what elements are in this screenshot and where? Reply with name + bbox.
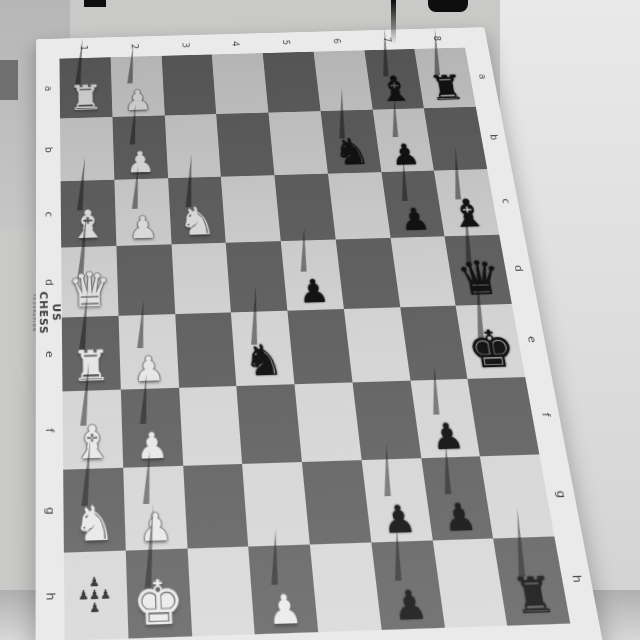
square-a3[interactable] [161, 54, 216, 115]
white-queen-d1[interactable]: ♛ [61, 246, 118, 318]
corner-logo-pawn-icon: ♟ [100, 587, 111, 600]
square-e3[interactable] [175, 312, 237, 387]
piece-glyph: ♞ [73, 500, 115, 549]
white-rook-a1[interactable]: ♜ [59, 57, 112, 118]
piece-glyph: ♛ [454, 255, 506, 303]
square-a6[interactable] [313, 50, 372, 111]
square-a5[interactable] [263, 52, 321, 113]
piece-glyph: ♟ [391, 585, 430, 626]
us-chess-wordmark: US CHESS [36, 284, 63, 342]
square-b4[interactable] [216, 113, 274, 177]
piece-glyph: ♜ [427, 71, 467, 105]
square-e1[interactable]: ♜ [62, 316, 121, 392]
square-g1[interactable]: ♞ [63, 468, 125, 553]
square-g3[interactable] [183, 464, 249, 549]
cutoff-piece-top [84, 0, 106, 7]
piece-glyph: ♟ [135, 427, 168, 464]
square-b6[interactable]: ♞ [320, 110, 381, 174]
piece-glyph: ♟ [128, 212, 159, 243]
square-b1[interactable] [60, 117, 114, 181]
piece-glyph: ♟ [297, 275, 330, 308]
white-knight-g1[interactable]: ♞ [63, 468, 125, 553]
white-pawn-b2[interactable]: ♟ [112, 115, 167, 179]
square-c2[interactable]: ♟ [114, 178, 171, 246]
piece-glyph: ♞ [332, 134, 373, 171]
square-d4[interactable] [226, 241, 287, 312]
square-d1[interactable]: ♛ [61, 246, 118, 318]
corner-logo-pawn-icon: ♟ [89, 588, 100, 601]
square-e4[interactable]: ♞ [231, 311, 294, 386]
square-f3[interactable] [179, 386, 243, 466]
square-f4[interactable] [237, 384, 302, 464]
square-d3[interactable] [171, 243, 231, 314]
piece-glyph: ♜ [72, 345, 111, 388]
white-bishop-f1[interactable]: ♝ [62, 390, 123, 470]
piece-glyph: ♜ [68, 81, 103, 116]
piece-shadow-spike [391, 0, 396, 44]
square-a2[interactable]: ♟ [110, 56, 164, 117]
piece-glyph: ♟ [389, 140, 422, 169]
square-e2[interactable]: ♟ [118, 314, 178, 390]
white-bishop-c1[interactable]: ♝ [61, 180, 117, 248]
square-d2[interactable] [116, 244, 175, 315]
square-e5[interactable] [287, 309, 352, 384]
square-d6[interactable] [335, 238, 399, 309]
black-rook-a8[interactable]: ♜ [415, 48, 476, 109]
piece-glyph: ♟ [138, 508, 172, 547]
square-b5[interactable] [268, 111, 327, 175]
square-g5[interactable] [302, 460, 371, 544]
piece-glyph: ♚ [132, 572, 186, 635]
square-c1[interactable]: ♝ [61, 180, 117, 248]
black-knight-b6[interactable]: ♞ [320, 110, 381, 174]
square-c4[interactable] [221, 175, 281, 243]
square-c5[interactable] [274, 174, 335, 241]
piece-glyph: ♟ [123, 86, 152, 114]
white-pawn-h4[interactable]: ♟ [248, 545, 318, 635]
white-pawn-a2[interactable]: ♟ [110, 56, 164, 117]
square-c3[interactable]: ♞ [168, 177, 226, 245]
square-g2[interactable]: ♟ [123, 466, 187, 551]
square-b2[interactable]: ♟ [112, 115, 167, 179]
piece-glyph: ♟ [266, 589, 303, 630]
square-g4[interactable] [242, 462, 309, 547]
corner-logo-pawn-icon: ♟ [89, 601, 100, 614]
piece-glyph: ♟ [125, 147, 155, 177]
square-b3[interactable] [164, 114, 221, 178]
square-h2[interactable]: ♚ [126, 549, 192, 639]
square-h4[interactable]: ♟ [248, 545, 318, 635]
square-d5[interactable]: ♟ [281, 240, 344, 311]
us-chess-corner-logo: ♟♟♟♟♟ [77, 575, 115, 616]
white-king-h2[interactable]: ♚ [126, 549, 192, 639]
piece-glyph: ♝ [375, 72, 415, 107]
cutoff-piece-top [428, 0, 468, 12]
square-e6[interactable] [344, 307, 410, 382]
square-a1[interactable]: ♜ [59, 57, 112, 118]
black-pawn-d5[interactable]: ♟ [281, 240, 344, 311]
square-b8[interactable] [424, 107, 487, 171]
white-pawn-c2[interactable]: ♟ [114, 178, 171, 246]
square-h1[interactable]: ♟♟♟♟♟ [64, 551, 128, 640]
piece-glyph: ♟ [398, 204, 432, 235]
square-c6[interactable] [328, 172, 390, 239]
piece-glyph: ♟ [429, 418, 466, 455]
piece-glyph: ♛ [67, 266, 112, 314]
piece-glyph: ♝ [447, 194, 490, 233]
square-a4[interactable] [212, 53, 268, 114]
square-f5[interactable] [294, 382, 361, 462]
black-knight-e4[interactable]: ♞ [231, 311, 294, 386]
corner-logo-pawn-icon: ♟ [78, 588, 89, 601]
piece-glyph: ♟ [380, 500, 417, 539]
piece-glyph: ♚ [464, 323, 520, 375]
white-rook-e1[interactable]: ♜ [62, 316, 121, 392]
piece-glyph: ♟ [133, 351, 165, 386]
square-h3[interactable] [187, 547, 255, 637]
square-h5[interactable] [310, 542, 382, 632]
white-knight-c3[interactable]: ♞ [168, 177, 226, 245]
chessboard-photo-scene: 12345678 12345678 abcdefgh abcdefgh ♞ US… [0, 0, 640, 640]
square-a8[interactable]: ♜ [415, 48, 476, 109]
piece-glyph: ♝ [69, 205, 107, 244]
piece-glyph: ♜ [509, 571, 559, 622]
square-f1[interactable]: ♝ [62, 390, 123, 470]
piece-glyph: ♞ [178, 202, 217, 241]
piece-glyph: ♟ [440, 498, 478, 537]
piece-glyph: ♝ [72, 420, 113, 467]
piece-glyph: ♞ [242, 339, 285, 383]
white-pawn-g2[interactable]: ♟ [123, 466, 187, 551]
square-f6[interactable] [352, 381, 421, 460]
square-f2[interactable]: ♟ [121, 388, 183, 468]
white-pawn-f2[interactable]: ♟ [121, 388, 183, 468]
white-pawn-e2[interactable]: ♟ [118, 314, 178, 390]
